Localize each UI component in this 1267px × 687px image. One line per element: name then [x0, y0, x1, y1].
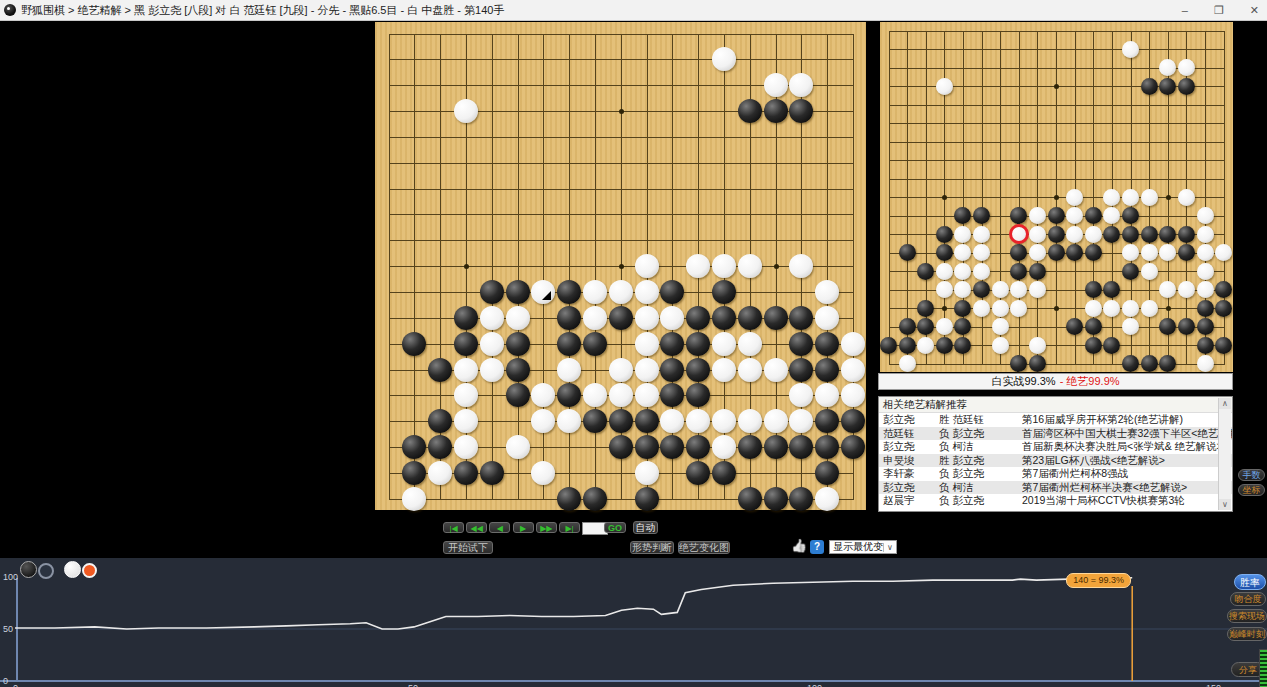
black-stone [815, 435, 839, 459]
rewind-button[interactable]: ◀◀ [466, 522, 487, 533]
black-stone [454, 461, 478, 485]
black-stone [954, 207, 971, 224]
black-stone [428, 358, 452, 382]
fox-go-app: 野狐围棋 > 绝艺精解 > 黑 彭立尧 [八段] 对 白 范廷钰 [九段] - … [0, 0, 1267, 687]
white-stone [992, 337, 1009, 354]
white-stone [764, 73, 788, 97]
white-stone [454, 358, 478, 382]
white-stone [841, 383, 865, 407]
related-game-row[interactable]: 赵晨宇负 彭立尧2019当湖十局杯CCTV快棋赛第3轮 [879, 494, 1232, 508]
black-stone [1085, 318, 1102, 335]
black-stone [1159, 78, 1176, 95]
black-stone [764, 306, 788, 330]
white-stone [1066, 207, 1083, 224]
black-stone [1159, 355, 1176, 372]
event-name: 2019当湖十局杯CCTV快棋赛第3轮 [1022, 494, 1232, 508]
black-stone [899, 337, 916, 354]
black-stone [635, 409, 659, 433]
winrate-tab-button[interactable]: 胜率 [1234, 574, 1266, 590]
black-stone [815, 409, 839, 433]
white-stone [583, 383, 607, 407]
player-name: 范廷钰 [879, 427, 939, 441]
peak-moments-button[interactable]: 巅峰时刻 [1227, 627, 1267, 641]
white-stone [992, 300, 1009, 317]
white-stone [635, 383, 659, 407]
black-stone [789, 99, 813, 123]
player-name: 赵晨宇 [879, 494, 939, 508]
black-stone [712, 306, 736, 330]
black-stone [973, 207, 990, 224]
black-stone [954, 337, 971, 354]
black-stone [1197, 300, 1214, 317]
black-stone [917, 300, 934, 317]
x-tick-label: 100 [807, 683, 822, 687]
help-button[interactable]: ? [810, 540, 824, 554]
black-stone [402, 332, 426, 356]
white-stone [609, 358, 633, 382]
white-stone [1178, 281, 1195, 298]
white-stone [1159, 281, 1176, 298]
chevron-down-icon: ∨ [883, 543, 896, 552]
black-stone [609, 306, 633, 330]
star-point [942, 306, 947, 311]
white-stone [1197, 244, 1214, 261]
white-stone [764, 409, 788, 433]
white-stone [789, 409, 813, 433]
ai-winrate-text: - 绝艺99.9% [1060, 374, 1120, 389]
black-stone [557, 280, 581, 304]
white-stone [1122, 318, 1139, 335]
black-stone [954, 300, 971, 317]
black-stone [1029, 355, 1046, 372]
main-go-board[interactable] [375, 22, 866, 510]
white-stone [992, 281, 1009, 298]
minimize-button[interactable]: – [1182, 4, 1188, 16]
white-stone [454, 383, 478, 407]
white-stone [635, 280, 659, 304]
star-point [1054, 195, 1059, 200]
white-stone [1122, 189, 1139, 206]
maximize-button[interactable]: ❐ [1214, 4, 1224, 17]
white-stone [480, 358, 504, 382]
white-stone [936, 281, 953, 298]
white-stone [712, 47, 736, 71]
search-scene-button[interactable]: 搜索现场 [1227, 609, 1267, 623]
white-stone [712, 358, 736, 382]
white-stone [583, 280, 607, 304]
black-stone [686, 383, 710, 407]
black-stone [815, 461, 839, 485]
first-move-button[interactable]: |◀ [443, 522, 464, 533]
white-stone [635, 332, 659, 356]
related-games-list: 彭立尧胜 范廷钰第16届威孚房开杯第2轮(绝艺讲解)范廷钰负 彭立尧首届湾区杯中… [879, 413, 1232, 508]
black-stone [764, 435, 788, 459]
white-stone [1029, 244, 1046, 261]
related-games-panel: 相关绝艺精解推荐 彭立尧胜 范廷钰第16届威孚房开杯第2轮(绝艺讲解)范廷钰负 … [878, 396, 1233, 512]
white-stone [1029, 281, 1046, 298]
related-game-row[interactable]: 李轩豪负 彭立尧第7届衢州烂柯杯8强战 [879, 467, 1232, 481]
black-stone [557, 332, 581, 356]
black-stone [1197, 318, 1214, 335]
try-move-button[interactable]: 开始试下 [443, 541, 493, 554]
window-title: 野狐围棋 > 绝艺精解 > 黑 彭立尧 [八段] 对 白 范廷钰 [九段] - … [21, 3, 504, 18]
white-stone [506, 306, 530, 330]
white-stone [1141, 189, 1158, 206]
black-stone [1215, 300, 1232, 317]
winrate-summary-bar: 白实战99.3% - 绝艺99.9% [878, 373, 1233, 390]
last-move-button[interactable]: ▶| [559, 522, 580, 533]
black-stone [686, 332, 710, 356]
scroll-up-icon[interactable]: ∧ [1219, 398, 1231, 409]
auto-play-button[interactable]: 自动 [633, 521, 658, 534]
white-stone [635, 461, 659, 485]
white-stone [428, 461, 452, 485]
scroll-down-icon[interactable]: ∨ [1219, 499, 1231, 510]
black-stone [1066, 244, 1083, 261]
white-stone [1010, 300, 1027, 317]
white-stone [738, 409, 762, 433]
board-size-slider[interactable] [1259, 649, 1267, 687]
title-bar: 野狐围棋 > 绝艺精解 > 黑 彭立尧 [八段] 对 白 范廷钰 [九段] - … [0, 0, 1267, 21]
black-stone [1010, 263, 1027, 280]
related-games-header: 相关绝艺精解推荐 [879, 397, 1232, 413]
prev-move-button[interactable]: ◀ [489, 522, 510, 533]
black-stone [1103, 226, 1120, 243]
black-stone [583, 487, 607, 511]
white-stone [1029, 226, 1046, 243]
white-stone [841, 332, 865, 356]
white-stone [1066, 226, 1083, 243]
related-game-row[interactable]: 范廷钰负 彭立尧首届湾区杯中国大棋士赛32强下半区<绝艺讲解> [879, 427, 1232, 441]
current-move-tooltip: 140 = 99.3% [1066, 573, 1131, 588]
black-stone [402, 461, 426, 485]
black-stone [686, 306, 710, 330]
black-stone [1010, 244, 1027, 261]
black-stone [635, 487, 659, 511]
black-stone [789, 358, 813, 382]
event-name: 第7届衢州烂柯杯8强战 [1022, 467, 1232, 481]
white-stone [531, 409, 555, 433]
black-stone [1103, 337, 1120, 354]
white-stone [609, 280, 633, 304]
white-stone [1141, 244, 1158, 261]
last-move-triangle-marker [542, 291, 551, 300]
white-stone [789, 254, 813, 278]
black-stone [764, 99, 788, 123]
forward-icon: ▶▶ [540, 524, 552, 533]
best-variation-dropdown[interactable]: 显示最优变化 ∨ [829, 540, 897, 554]
black-stone [635, 435, 659, 459]
white-stone [936, 318, 953, 335]
white-stone [686, 409, 710, 433]
white-stone [917, 337, 934, 354]
actual-winrate-text: 白实战99.3% [991, 374, 1055, 389]
black-stone [583, 332, 607, 356]
black-stone [1048, 244, 1065, 261]
white-stone [738, 254, 762, 278]
black-stone [1178, 318, 1195, 335]
black-stone [1197, 337, 1214, 354]
black-stone [789, 332, 813, 356]
white-stone [841, 358, 865, 382]
white-stone [1159, 59, 1176, 76]
black-stone [557, 383, 581, 407]
y-tick-label: 100 [3, 572, 18, 582]
white-stone [583, 306, 607, 330]
white-stone [1141, 300, 1158, 317]
white-stone [954, 281, 971, 298]
ai-move-red-circle [1009, 224, 1029, 244]
white-stone [1178, 189, 1195, 206]
black-stone [1085, 244, 1102, 261]
white-stone [936, 78, 953, 95]
move-numbers-toggle[interactable]: 手数 [1238, 469, 1265, 481]
white-stone [1122, 300, 1139, 317]
black-stone [1085, 207, 1102, 224]
white-stone [954, 226, 971, 243]
match-rate-button[interactable]: 吻合度 [1230, 592, 1266, 606]
result-and-opponent: 负 彭立尧 [939, 427, 1022, 441]
dropdown-value: 显示最优变化 [830, 540, 883, 554]
white-stone [1197, 281, 1214, 298]
black-stone [686, 461, 710, 485]
white-stone [1141, 263, 1158, 280]
black-stone [789, 487, 813, 511]
white-stone [1178, 59, 1195, 76]
white-stone [1103, 300, 1120, 317]
white-stone [954, 244, 971, 261]
player-name: 彭立尧 [879, 440, 939, 454]
white-stone [1122, 244, 1139, 261]
thumbs-up-icon[interactable]: 👍 [791, 538, 807, 553]
white-stone [1010, 281, 1027, 298]
black-stone [738, 99, 762, 123]
white-stone [635, 254, 659, 278]
black-stone [609, 435, 633, 459]
white-stone [635, 306, 659, 330]
white-stone [815, 383, 839, 407]
white-stone [1122, 41, 1139, 58]
white-stone [712, 435, 736, 459]
black-stone [973, 281, 990, 298]
black-stone [583, 409, 607, 433]
black-stone [954, 318, 971, 335]
black-stone [917, 318, 934, 335]
black-stone [1048, 226, 1065, 243]
black-stone [1215, 337, 1232, 354]
black-stone [841, 435, 865, 459]
result-and-opponent: 负 彭立尧 [939, 494, 1022, 508]
black-stone [1122, 355, 1139, 372]
black-stone [815, 332, 839, 356]
go-button[interactable]: GO [604, 522, 626, 533]
white-stone [1197, 207, 1214, 224]
black-stone [1010, 207, 1027, 224]
black-stone [454, 332, 478, 356]
black-stone [660, 358, 684, 382]
player-name: 申旻埈 [879, 454, 939, 468]
white-stone [635, 358, 659, 382]
black-stone [1178, 226, 1195, 243]
related-game-row[interactable]: 彭立尧负 柯洁首届新奥杯决赛决胜局<张学斌& 绝艺解说> [879, 440, 1232, 454]
white-stone [973, 263, 990, 280]
black-stone [936, 337, 953, 354]
white-stone [1197, 263, 1214, 280]
black-stone [1029, 263, 1046, 280]
white-stone [454, 435, 478, 459]
forward-button[interactable]: ▶▶ [536, 522, 557, 533]
black-stone [1085, 337, 1102, 354]
black-stone [480, 280, 504, 304]
black-stone [1122, 226, 1139, 243]
event-name: 第16届威孚房开杯第2轮(绝艺讲解) [1022, 413, 1232, 427]
white-stone [531, 461, 555, 485]
black-stone [899, 244, 916, 261]
black-stone [712, 280, 736, 304]
white-stone [738, 332, 762, 356]
black-stone [428, 409, 452, 433]
ai-variation-button[interactable]: 绝艺变化图 [678, 541, 730, 554]
white-stone [480, 332, 504, 356]
star-point [942, 195, 947, 200]
y-tick-label: 0 [3, 676, 8, 686]
white-stone [1103, 207, 1120, 224]
event-name: 第23届LG杯八强战<绝艺解说> [1022, 454, 1232, 468]
winrate-chart[interactable]: 100500 050100150 140 = 99.3% 胜率 吻合度 搜索现场… [0, 558, 1267, 687]
black-stone [1048, 207, 1065, 224]
black-stone [557, 306, 581, 330]
white-stone [480, 306, 504, 330]
white-stone [992, 318, 1009, 335]
white-stone [609, 383, 633, 407]
black-stone [1066, 318, 1083, 335]
event-name: 首届新奥杯决赛决胜局<张学斌& 绝艺解说> [1022, 440, 1232, 454]
white-stone [899, 355, 916, 372]
white-stone [557, 358, 581, 382]
black-stone [738, 306, 762, 330]
black-stone [738, 487, 762, 511]
player-name: 彭立尧 [879, 413, 939, 427]
white-stone [973, 300, 990, 317]
ai-variation-board[interactable] [880, 22, 1233, 372]
position-judge-button[interactable]: 形势判断 [630, 541, 674, 554]
prev-move-icon: ◀ [497, 524, 503, 533]
black-stone [1141, 78, 1158, 95]
black-stone [917, 263, 934, 280]
related-game-row[interactable]: 申旻埈胜 彭立尧第23届LG杯八强战<绝艺解说> [879, 454, 1232, 468]
first-move-icon: |◀ [449, 524, 457, 533]
white-stone [936, 263, 953, 280]
white-stone [973, 244, 990, 261]
black-stone [1141, 226, 1158, 243]
x-tick-label: 150 [1206, 683, 1221, 687]
related-game-row[interactable]: 彭立尧负 柯洁第7届衢州烂柯杯半决赛<绝艺解说> [879, 481, 1232, 495]
white-stone [686, 254, 710, 278]
black-stone [506, 358, 530, 382]
result-and-opponent: 胜 范廷钰 [939, 413, 1022, 427]
white-stone [454, 409, 478, 433]
black-stone [936, 226, 953, 243]
close-button[interactable]: ✕ [1250, 4, 1259, 17]
white-stone [764, 358, 788, 382]
black-stone [686, 435, 710, 459]
black-stone [506, 332, 530, 356]
white-stone [1029, 337, 1046, 354]
black-stone [841, 409, 865, 433]
white-stone [789, 73, 813, 97]
white-stone [557, 409, 581, 433]
black-stone [712, 461, 736, 485]
coordinates-toggle[interactable]: 坐标 [1238, 484, 1265, 496]
next-move-button[interactable]: ▶ [513, 522, 534, 533]
black-stone [609, 409, 633, 433]
result-and-opponent: 胜 彭立尧 [939, 454, 1022, 468]
black-stone [1122, 263, 1139, 280]
white-stone [402, 487, 426, 511]
star-point [464, 264, 469, 269]
star-point [1166, 306, 1171, 311]
black-stone [454, 306, 478, 330]
white-stone [531, 383, 555, 407]
black-stone [660, 280, 684, 304]
black-stone [789, 435, 813, 459]
black-stone [738, 435, 762, 459]
black-stone [686, 358, 710, 382]
black-stone [557, 487, 581, 511]
white-stone [712, 409, 736, 433]
related-game-row[interactable]: 彭立尧胜 范廷钰第16届威孚房开杯第2轮(绝艺讲解) [879, 413, 1232, 427]
white-stone [1085, 300, 1102, 317]
list-scrollbar[interactable]: ∧ ∨ [1218, 398, 1231, 510]
white-stone [815, 280, 839, 304]
black-stone [1122, 207, 1139, 224]
white-stone [712, 254, 736, 278]
black-stone [660, 332, 684, 356]
x-tick-label: 50 [408, 683, 418, 687]
black-stone [1103, 281, 1120, 298]
black-stone [1215, 281, 1232, 298]
white-stone [1085, 226, 1102, 243]
black-stone [506, 280, 530, 304]
y-tick-label: 50 [3, 624, 13, 634]
white-stone [1103, 189, 1120, 206]
next-move-icon: ▶ [520, 524, 526, 533]
black-stone [1159, 318, 1176, 335]
white-stone [506, 435, 530, 459]
white-stone [973, 226, 990, 243]
black-stone [1141, 355, 1158, 372]
player-name: 李轩豪 [879, 467, 939, 481]
last-move-icon: ▶| [565, 524, 573, 533]
black-stone [660, 383, 684, 407]
black-stone [1010, 355, 1027, 372]
black-stone [815, 358, 839, 382]
black-stone [480, 461, 504, 485]
white-stone [660, 409, 684, 433]
app-logo-icon [4, 4, 16, 16]
player-name: 彭立尧 [879, 481, 939, 495]
black-stone [936, 244, 953, 261]
black-stone [660, 435, 684, 459]
white-stone [815, 306, 839, 330]
black-stone [402, 435, 426, 459]
white-stone [1197, 355, 1214, 372]
star-point [619, 109, 624, 114]
black-stone [506, 383, 530, 407]
x-tick-label: 0 [13, 683, 18, 687]
result-and-opponent: 负 柯洁 [939, 481, 1022, 495]
star-point [619, 264, 624, 269]
